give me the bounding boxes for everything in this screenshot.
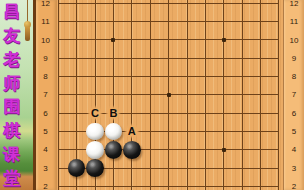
grid-line xyxy=(205,31,206,49)
grid-line xyxy=(242,49,243,67)
grid-line xyxy=(168,0,169,13)
grid-line xyxy=(205,49,206,67)
grid-line xyxy=(150,141,151,159)
intersection-G4[interactable] xyxy=(159,141,177,159)
intersection-E7[interactable] xyxy=(123,86,141,104)
intersection-F9[interactable] xyxy=(141,49,159,67)
intersection-J9[interactable] xyxy=(196,49,214,67)
row-number-label: 3 xyxy=(35,165,56,173)
grid-line xyxy=(278,67,279,85)
intersection-J6[interactable] xyxy=(196,104,214,122)
row-number-label: 9 xyxy=(35,55,56,63)
grid-line xyxy=(187,31,188,49)
intersection-L6[interactable] xyxy=(233,104,251,122)
grid-line xyxy=(242,104,243,122)
intersection-K2[interactable] xyxy=(215,177,233,190)
intersection-K3[interactable] xyxy=(215,159,233,177)
intersection-G9[interactable] xyxy=(159,49,177,67)
grid-line xyxy=(278,159,279,177)
grid-line xyxy=(168,49,169,67)
grid-line xyxy=(187,13,188,31)
intersection-G5[interactable] xyxy=(159,122,177,140)
intersection-B9[interactable] xyxy=(67,49,85,67)
intersection-G10[interactable] xyxy=(159,31,177,49)
intersection-L10[interactable] xyxy=(233,31,251,49)
grid-line xyxy=(260,177,261,190)
grid-line xyxy=(131,13,132,31)
grid-line xyxy=(205,122,206,140)
intersection-L9[interactable] xyxy=(233,49,251,67)
grid-line xyxy=(150,67,151,85)
intersection-K6[interactable] xyxy=(215,104,233,122)
intersection-H6[interactable] xyxy=(178,104,196,122)
intersection-G6[interactable] xyxy=(159,104,177,122)
grid-line xyxy=(150,122,151,140)
grid-line xyxy=(150,86,151,104)
intersection-C11[interactable] xyxy=(86,13,104,31)
star-point xyxy=(111,38,115,42)
grid-line xyxy=(150,49,151,67)
intersection-B3[interactable] xyxy=(67,159,85,177)
grid-line xyxy=(58,186,67,187)
intersection-B8[interactable] xyxy=(67,67,85,85)
intersection-E8[interactable] xyxy=(123,67,141,85)
intersection-B5[interactable] xyxy=(67,122,85,140)
intersection-F11[interactable] xyxy=(141,13,159,31)
row-number-label: 3 xyxy=(284,165,304,173)
row-number-label: 6 xyxy=(35,110,56,118)
white-stone-C4 xyxy=(86,141,104,159)
intersection-K10[interactable] xyxy=(215,31,233,49)
star-point xyxy=(222,148,226,152)
row-number-label: 2 xyxy=(35,183,56,190)
intersection-D12[interactable] xyxy=(104,0,122,13)
row-number-label: 8 xyxy=(35,73,56,81)
grid-line xyxy=(278,13,279,31)
grid-line xyxy=(242,177,243,190)
grid-line xyxy=(168,177,169,190)
star-point xyxy=(222,38,226,42)
grid-line xyxy=(131,0,132,13)
grid-line xyxy=(205,104,206,122)
intersection-F8[interactable] xyxy=(141,67,159,85)
intersection-F5[interactable] xyxy=(141,122,159,140)
intersection-J3[interactable] xyxy=(196,159,214,177)
grid-line xyxy=(131,104,132,122)
grid-line xyxy=(58,13,59,31)
row-number-label: 7 xyxy=(35,91,56,99)
grid-line xyxy=(205,141,206,159)
sidebar-title-char: 围 xyxy=(4,98,21,115)
intersection-K12[interactable] xyxy=(215,0,233,13)
intersection-F2[interactable] xyxy=(141,177,159,190)
intersection-B2[interactable] xyxy=(67,177,85,190)
intersection-J10[interactable] xyxy=(196,31,214,49)
grid-line xyxy=(76,86,77,104)
intersection-F4[interactable] xyxy=(141,141,159,159)
grid-line xyxy=(76,67,77,85)
intersection-F3[interactable] xyxy=(141,159,159,177)
grid-line xyxy=(95,31,96,49)
row-number-label: 2 xyxy=(284,183,304,190)
intersection-B11[interactable] xyxy=(67,13,85,31)
intersection-K8[interactable] xyxy=(215,67,233,85)
grid-line xyxy=(58,122,59,140)
intersection-L11[interactable] xyxy=(233,13,251,31)
sidebar-title-char: 棋 xyxy=(4,122,21,139)
grid-line xyxy=(223,86,224,104)
intersection-M2[interactable] xyxy=(251,177,269,190)
grid-line xyxy=(58,113,67,114)
row-number-label: 6 xyxy=(284,110,304,118)
intersection-H12[interactable] xyxy=(178,0,196,13)
grid-line xyxy=(131,67,132,85)
intersection-H4[interactable] xyxy=(178,141,196,159)
grid-line xyxy=(113,86,114,104)
intersection-M7[interactable] xyxy=(251,86,269,104)
intersection-G12[interactable] xyxy=(159,0,177,13)
intersection-G11[interactable] xyxy=(159,13,177,31)
grid-line xyxy=(95,67,96,85)
grid-line xyxy=(205,86,206,104)
grid-line xyxy=(95,13,96,31)
intersection-B10[interactable] xyxy=(67,31,85,49)
grid-line xyxy=(242,13,243,31)
move-choice-label-B[interactable]: B xyxy=(105,105,121,121)
grid-line xyxy=(278,0,279,13)
grid-line xyxy=(76,0,77,13)
grid-line xyxy=(113,0,114,13)
grid-line xyxy=(95,0,96,13)
intersection-H7[interactable] xyxy=(178,86,196,104)
grid-line xyxy=(131,86,132,104)
grid-line xyxy=(58,0,59,13)
move-choice-label-C[interactable]: C xyxy=(87,105,103,121)
grid-line xyxy=(168,13,169,31)
grid-line xyxy=(95,177,96,190)
grid-line xyxy=(187,104,188,122)
row-number-label: 11 xyxy=(284,18,304,26)
sidebar-title-char: 课 xyxy=(4,146,21,163)
intersection-J4[interactable] xyxy=(196,141,214,159)
intersection-M9[interactable] xyxy=(251,49,269,67)
intersection-D3[interactable] xyxy=(104,159,122,177)
intersection-H5[interactable] xyxy=(178,122,196,140)
grid-line xyxy=(205,159,206,177)
grid-line xyxy=(187,67,188,85)
row-number-label: 7 xyxy=(284,91,304,99)
grid-line xyxy=(168,141,169,159)
intersection-M11[interactable] xyxy=(251,13,269,31)
grid-line xyxy=(76,104,77,122)
intersection-C5[interactable] xyxy=(86,122,104,140)
grid-line xyxy=(260,122,261,140)
intersection-D4[interactable] xyxy=(104,141,122,159)
grid-line xyxy=(150,13,151,31)
grid-line xyxy=(113,49,114,67)
grid-line xyxy=(205,13,206,31)
grid-line xyxy=(76,141,77,159)
go-app-window: CBA 12111098765432 12111098765432 昌友老师围棋… xyxy=(0,0,304,190)
intersection-C12[interactable] xyxy=(86,0,104,13)
intersection-M10[interactable] xyxy=(251,31,269,49)
intersection-L8[interactable] xyxy=(233,67,251,85)
intersection-H8[interactable] xyxy=(178,67,196,85)
grid-line xyxy=(113,67,114,85)
grid-line xyxy=(131,159,132,177)
intersection-L4[interactable] xyxy=(233,141,251,159)
grid-line xyxy=(242,31,243,49)
grid-line xyxy=(260,141,261,159)
row-number-label: 12 xyxy=(284,0,304,8)
grid-line xyxy=(242,122,243,140)
row-coordinates-right: 12111098765432 xyxy=(283,0,304,190)
row-number-label: 5 xyxy=(35,128,56,136)
intersection-C2[interactable] xyxy=(86,177,104,190)
intersection-F12[interactable] xyxy=(141,0,159,13)
grid-line xyxy=(278,86,279,104)
row-number-label: 9 xyxy=(284,55,304,63)
intersection-K5[interactable] xyxy=(215,122,233,140)
move-choice-label-A[interactable]: A xyxy=(124,123,140,139)
intersection-D6[interactable]: B xyxy=(104,104,122,122)
grid-line xyxy=(58,21,67,22)
row-number-label: 11 xyxy=(35,18,56,26)
grid-line xyxy=(76,177,77,190)
grid-line xyxy=(205,67,206,85)
grid-line xyxy=(223,49,224,67)
intersection-M4[interactable] xyxy=(251,141,269,159)
grid-line xyxy=(205,177,206,190)
intersection-D9[interactable] xyxy=(104,49,122,67)
grid-line xyxy=(168,122,169,140)
grid-line xyxy=(76,13,77,31)
intersection-K4[interactable] xyxy=(215,141,233,159)
intersection-L5[interactable] xyxy=(233,122,251,140)
intersection-E6[interactable] xyxy=(123,104,141,122)
intersection-J5[interactable] xyxy=(196,122,214,140)
scroll-banner-sidebar: 昌友老师围棋课堂 xyxy=(0,0,33,190)
grid-line xyxy=(223,13,224,31)
intersection-C8[interactable] xyxy=(86,67,104,85)
grid-line xyxy=(131,177,132,190)
intersection-G3[interactable] xyxy=(159,159,177,177)
grid-line xyxy=(95,49,96,67)
intersection-L7[interactable] xyxy=(233,86,251,104)
intersection-C3[interactable] xyxy=(86,159,104,177)
grid-line xyxy=(260,159,261,177)
intersection-H11[interactable] xyxy=(178,13,196,31)
grid-line xyxy=(223,104,224,122)
grid-line xyxy=(260,13,261,31)
intersection-D2[interactable] xyxy=(104,177,122,190)
grid-line xyxy=(76,122,77,140)
sidebar-title: 昌友老师围棋课堂 xyxy=(0,3,24,187)
grid-line xyxy=(131,49,132,67)
grid-line xyxy=(260,0,261,13)
intersection-C4[interactable] xyxy=(86,141,104,159)
intersection-B4[interactable] xyxy=(67,141,85,159)
grid-line xyxy=(150,31,151,49)
grid-line xyxy=(58,58,67,59)
grid-line xyxy=(150,0,151,13)
grid-line xyxy=(187,159,188,177)
grid-line xyxy=(187,122,188,140)
grid-line xyxy=(242,141,243,159)
row-number-label: 4 xyxy=(35,146,56,154)
row-number-label: 5 xyxy=(284,128,304,136)
intersection-C6[interactable]: C xyxy=(86,104,104,122)
row-coordinates-left: 12111098765432 xyxy=(33,0,57,190)
intersection-J11[interactable] xyxy=(196,13,214,31)
grid-line xyxy=(168,67,169,85)
grid-line xyxy=(168,104,169,122)
grid-line xyxy=(58,31,59,49)
grid-line xyxy=(260,31,261,49)
sidebar-title-char: 昌 xyxy=(4,3,21,20)
intersection-B7[interactable] xyxy=(67,86,85,104)
grid-line xyxy=(278,104,279,122)
intersection-H9[interactable] xyxy=(178,49,196,67)
intersection-M5[interactable] xyxy=(251,122,269,140)
intersection-K9[interactable] xyxy=(215,49,233,67)
grid-line xyxy=(278,49,279,67)
grid-line xyxy=(278,31,279,49)
grid-line xyxy=(58,159,59,177)
grid-line xyxy=(242,67,243,85)
black-stone-E4 xyxy=(123,141,141,159)
grid-line xyxy=(260,67,261,85)
intersection-J2[interactable] xyxy=(196,177,214,190)
grid-line xyxy=(58,94,67,95)
grid-line xyxy=(150,177,151,190)
grid-line xyxy=(58,177,59,190)
row-number-label: 8 xyxy=(284,73,304,81)
intersection-J8[interactable] xyxy=(196,67,214,85)
white-stone-D5 xyxy=(105,123,123,141)
intersection-K7[interactable] xyxy=(215,86,233,104)
star-point xyxy=(167,93,171,97)
grid-line xyxy=(58,67,59,85)
intersection-D5[interactable] xyxy=(104,122,122,140)
intersection-E9[interactable] xyxy=(123,49,141,67)
intersection-E5[interactable]: A xyxy=(123,122,141,140)
intersection-G8[interactable] xyxy=(159,67,177,85)
intersection-B6[interactable] xyxy=(67,104,85,122)
grid-line xyxy=(278,177,279,190)
grid-line xyxy=(58,39,67,40)
grid-line xyxy=(58,3,67,4)
intersection-G2[interactable] xyxy=(159,177,177,190)
sidebar-title-char: 友 xyxy=(4,27,21,44)
grid-line xyxy=(187,49,188,67)
grid-line xyxy=(58,76,67,77)
grid-line xyxy=(278,122,279,140)
row-number-label: 10 xyxy=(35,37,56,45)
row-number-label: 10 xyxy=(284,37,304,45)
intersection-G7[interactable] xyxy=(159,86,177,104)
intersection-M8[interactable] xyxy=(251,67,269,85)
grid-line xyxy=(168,31,169,49)
intersection-J7[interactable] xyxy=(196,86,214,104)
grid-line xyxy=(278,141,279,159)
intersection-H3[interactable] xyxy=(178,159,196,177)
intersection-F6[interactable] xyxy=(141,104,159,122)
grid-line xyxy=(242,86,243,104)
grid-line xyxy=(187,0,188,13)
grid-line xyxy=(187,141,188,159)
black-stone-C3 xyxy=(86,159,104,177)
intersection-D11[interactable] xyxy=(104,13,122,31)
grid-line xyxy=(58,168,67,169)
intersection-D7[interactable] xyxy=(104,86,122,104)
intersection-F10[interactable] xyxy=(141,31,159,49)
row-number-label: 12 xyxy=(35,0,56,8)
intersection-C9[interactable] xyxy=(86,49,104,67)
intersection-M12[interactable] xyxy=(251,0,269,13)
row-number-label: 4 xyxy=(284,146,304,154)
intersection-H2[interactable] xyxy=(178,177,196,190)
grid-line xyxy=(260,104,261,122)
intersection-L3[interactable] xyxy=(233,159,251,177)
intersection-D10[interactable] xyxy=(104,31,122,49)
grid-line xyxy=(223,122,224,140)
grid-line xyxy=(76,49,77,67)
grid-line xyxy=(131,31,132,49)
intersection-H10[interactable] xyxy=(178,31,196,49)
grid-line xyxy=(76,31,77,49)
intersection-C7[interactable] xyxy=(86,86,104,104)
grid-line xyxy=(150,159,151,177)
grid-line xyxy=(58,141,59,159)
intersection-M3[interactable] xyxy=(251,159,269,177)
intersection-E11[interactable] xyxy=(123,13,141,31)
grid-line xyxy=(150,104,151,122)
grid-line xyxy=(223,67,224,85)
grid-line xyxy=(242,159,243,177)
intersection-J12[interactable] xyxy=(196,0,214,13)
grid-line xyxy=(223,159,224,177)
intersection-F7[interactable] xyxy=(141,86,159,104)
grid-line xyxy=(187,86,188,104)
intersection-L12[interactable] xyxy=(233,0,251,13)
grid-line xyxy=(168,159,169,177)
grid-line xyxy=(113,13,114,31)
intersection-K11[interactable] xyxy=(215,13,233,31)
intersection-C10[interactable] xyxy=(86,31,104,49)
intersection-M6[interactable] xyxy=(251,104,269,122)
grid-line xyxy=(242,0,243,13)
intersection-E10[interactable] xyxy=(123,31,141,49)
intersection-L2[interactable] xyxy=(233,177,251,190)
intersection-E4[interactable] xyxy=(123,141,141,159)
grid-line xyxy=(223,0,224,13)
intersection-B12[interactable] xyxy=(67,0,85,13)
intersection-D8[interactable] xyxy=(104,67,122,85)
black-stone-D4 xyxy=(105,141,123,159)
sidebar-title-char: 老 xyxy=(4,51,21,68)
go-board: CBA xyxy=(49,0,288,190)
grid-line xyxy=(58,149,67,150)
sidebar-title-char: 师 xyxy=(4,75,21,92)
intersection-E12[interactable] xyxy=(123,0,141,13)
intersection-E3[interactable] xyxy=(123,159,141,177)
grid-line xyxy=(58,131,67,132)
grid-line xyxy=(223,177,224,190)
tassel-icon xyxy=(25,27,30,41)
intersection-E2[interactable] xyxy=(123,177,141,190)
grid-line xyxy=(58,86,59,104)
